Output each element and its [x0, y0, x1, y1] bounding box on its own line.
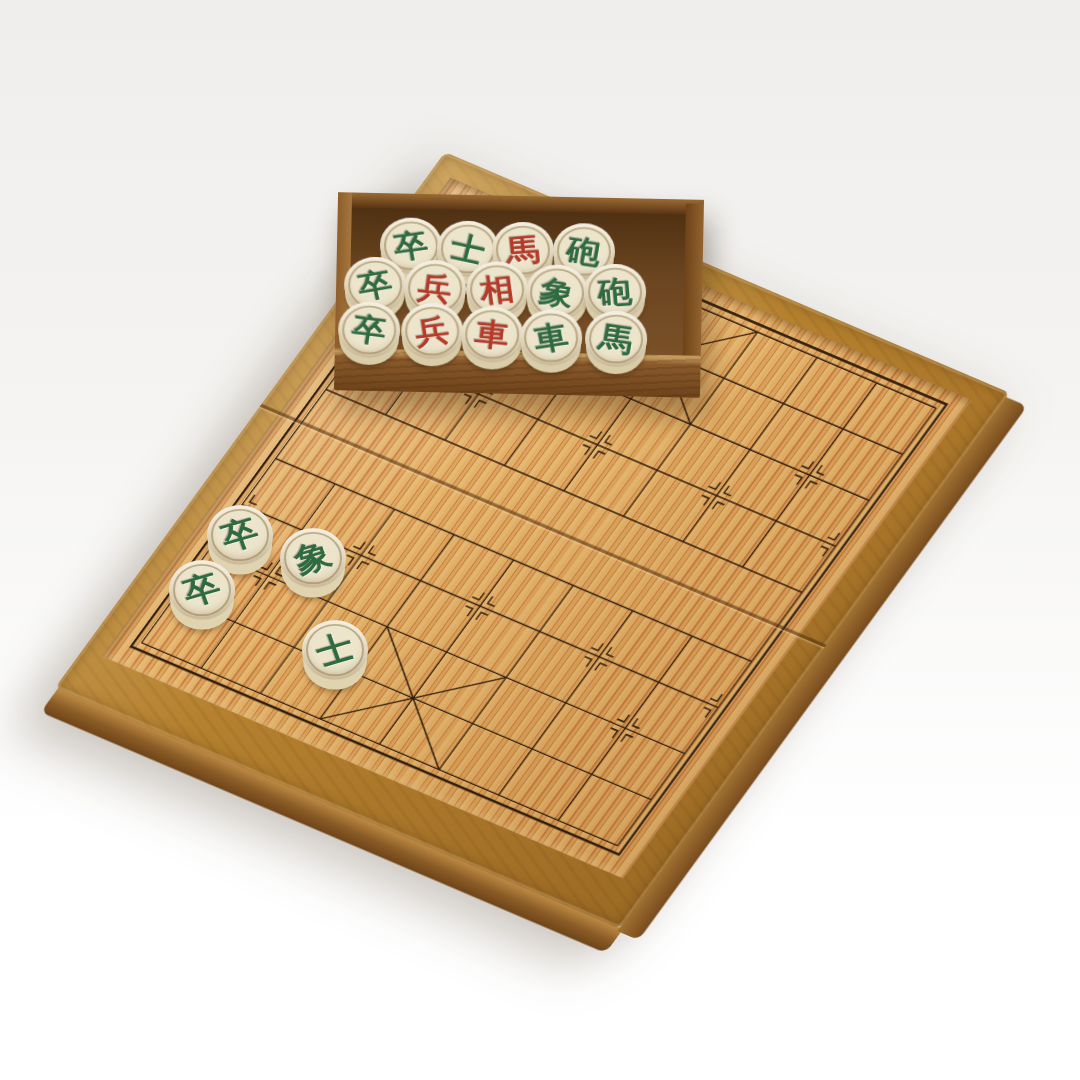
piece-character: 象 — [537, 275, 577, 311]
piece-storage-tray[interactable]: 卒士馬砲卒兵相象砲卒兵車車馬 — [334, 192, 704, 398]
piece-character: 卒 — [355, 267, 395, 303]
xiangqi-piece-green[interactable]: 士 — [302, 620, 368, 679]
piece-character: 馬 — [597, 321, 636, 356]
piece-character: 卒 — [217, 514, 263, 555]
xiangqi-piece-green[interactable]: 卒 — [169, 560, 235, 619]
piece-character: 車 — [531, 320, 570, 355]
piece-character: 兵 — [416, 271, 454, 305]
piece-character: 馬 — [504, 234, 541, 267]
piece-character: 砲 — [597, 276, 633, 309]
xiangqi-piece-green[interactable]: 卒 — [207, 505, 273, 564]
tray-front-wall — [334, 348, 701, 398]
piece-character: 兵 — [413, 314, 451, 349]
piece-character: 卒 — [392, 228, 431, 263]
xiangqi-piece-green[interactable]: 象 — [280, 528, 346, 587]
piece-character: 砲 — [564, 234, 603, 269]
tray-right-wall — [682, 203, 704, 371]
piece-character: 象 — [290, 537, 336, 578]
piece-character: 卒 — [350, 312, 389, 347]
piece-character: 士 — [447, 230, 488, 267]
piece-character: 卒 — [179, 569, 225, 610]
piece-character: 相 — [478, 273, 516, 307]
piece-character: 士 — [312, 629, 358, 670]
piece-character: 車 — [473, 318, 510, 352]
product-photo-scene: 卒士馬砲卒兵相象砲卒兵車車馬 卒象卒士 — [0, 0, 1080, 1080]
